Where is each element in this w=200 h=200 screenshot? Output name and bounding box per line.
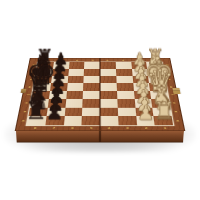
- product-photo-chess-set: 88HH77GG66FF55EE44DD33CC22BB11AA ♜♟♟♜♞♟♟…: [0, 0, 200, 200]
- coordinate-label: A: [175, 120, 179, 122]
- square-c5: [83, 99, 100, 107]
- square-g7: [52, 69, 69, 76]
- white-rook-a1: ♜: [153, 99, 174, 123]
- square-f4: [100, 76, 116, 83]
- square-c6: [65, 99, 83, 107]
- black-rook-a8: ♜: [26, 99, 47, 123]
- square-h6: [68, 62, 84, 69]
- black-pawn-a7: ♟: [46, 104, 64, 124]
- coordinate-label: 4: [108, 127, 111, 129]
- chess-board: 88HH77GG66FF55EE44DD33CC22BB11AA ♜♟♟♜♞♟♟…: [16, 58, 184, 130]
- square-c3: [117, 99, 135, 107]
- square-g4: [100, 69, 116, 76]
- square-b6: [64, 107, 82, 116]
- square-d6: [66, 91, 83, 99]
- coordinate-label: 4: [106, 59, 108, 61]
- white-pawn-a2: ♟: [137, 104, 155, 124]
- square-d5: [83, 91, 100, 99]
- square-d4: [100, 91, 117, 99]
- coordinate-label: 3: [126, 127, 129, 129]
- coordinate-label: 2: [137, 59, 140, 61]
- square-a6: [63, 116, 82, 125]
- coordinate-label: 8: [34, 127, 37, 129]
- square-b3: [117, 107, 135, 116]
- square-d3: [117, 91, 134, 99]
- coordinate-label: 1: [163, 127, 166, 129]
- square-e5: [83, 83, 100, 91]
- square-f6: [67, 76, 84, 83]
- coordinate-label: A: [21, 120, 25, 122]
- coordinate-label: 5: [91, 59, 93, 61]
- square-a4: [100, 116, 118, 125]
- coordinate-label: 1: [152, 59, 155, 61]
- square-a5: [82, 116, 100, 125]
- square-e3: [116, 83, 133, 91]
- coordinate-label: 6: [71, 127, 74, 129]
- square-g5: [84, 69, 100, 76]
- square-h4: [100, 62, 116, 69]
- fold-seam-front: [99, 130, 101, 141]
- square-c4: [100, 99, 117, 107]
- square-f5: [84, 76, 100, 83]
- coordinate-label: 3: [122, 59, 125, 61]
- coordinate-label: 7: [52, 127, 55, 129]
- square-g3: [116, 69, 132, 76]
- coordinate-label: 2: [144, 127, 147, 129]
- square-b5: [82, 107, 100, 116]
- coordinate-label: 6: [76, 59, 79, 61]
- square-e6: [67, 83, 84, 91]
- box-front-side: [16, 130, 184, 142]
- square-f3: [116, 76, 133, 83]
- coordinate-label: 7: [60, 59, 63, 61]
- square-h2: [131, 62, 147, 69]
- square-h5: [84, 62, 100, 69]
- square-g6: [68, 69, 84, 76]
- coordinate-label: 8: [45, 59, 48, 61]
- square-h7: [53, 62, 69, 69]
- square-b4: [100, 107, 118, 116]
- fold-seam: [99, 58, 101, 130]
- square-a3: [118, 116, 137, 125]
- coordinate-label: 5: [89, 127, 92, 129]
- square-h3: [115, 62, 131, 69]
- square-e4: [100, 83, 117, 91]
